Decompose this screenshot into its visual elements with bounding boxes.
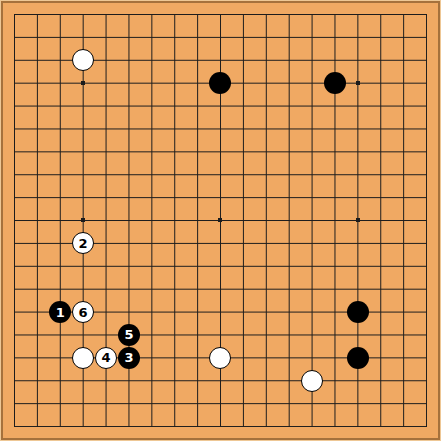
intersection[interactable] xyxy=(324,49,347,72)
intersection[interactable] xyxy=(324,415,347,438)
intersection[interactable] xyxy=(255,392,278,415)
intersection[interactable] xyxy=(186,49,209,72)
intersection[interactable] xyxy=(26,346,49,369)
intersection[interactable] xyxy=(117,49,140,72)
intersection[interactable] xyxy=(163,415,186,438)
intersection[interactable] xyxy=(209,186,232,209)
intersection[interactable] xyxy=(186,278,209,301)
intersection[interactable] xyxy=(72,72,95,95)
intersection[interactable] xyxy=(392,72,415,95)
intersection[interactable] xyxy=(392,95,415,118)
intersection[interactable] xyxy=(369,49,392,72)
intersection[interactable] xyxy=(369,255,392,278)
intersection[interactable] xyxy=(278,209,301,232)
intersection[interactable] xyxy=(255,232,278,255)
intersection[interactable] xyxy=(186,415,209,438)
intersection[interactable] xyxy=(72,49,95,72)
intersection[interactable] xyxy=(232,140,255,163)
intersection[interactable] xyxy=(415,49,438,72)
intersection[interactable] xyxy=(49,186,72,209)
intersection[interactable] xyxy=(140,140,163,163)
intersection[interactable] xyxy=(324,301,347,324)
intersection[interactable] xyxy=(49,140,72,163)
intersection[interactable] xyxy=(278,346,301,369)
intersection[interactable] xyxy=(346,49,369,72)
intersection[interactable] xyxy=(140,209,163,232)
intersection[interactable] xyxy=(209,26,232,49)
intersection[interactable] xyxy=(3,49,26,72)
intersection[interactable] xyxy=(415,415,438,438)
intersection[interactable] xyxy=(26,72,49,95)
intersection[interactable] xyxy=(26,26,49,49)
intersection[interactable] xyxy=(415,26,438,49)
intersection[interactable] xyxy=(209,117,232,140)
intersection[interactable] xyxy=(324,392,347,415)
intersection[interactable] xyxy=(163,3,186,26)
intersection[interactable] xyxy=(278,369,301,392)
intersection[interactable] xyxy=(186,186,209,209)
intersection[interactable] xyxy=(163,369,186,392)
intersection[interactable] xyxy=(49,255,72,278)
intersection[interactable] xyxy=(95,26,118,49)
intersection[interactable] xyxy=(117,392,140,415)
intersection[interactable] xyxy=(163,392,186,415)
intersection[interactable] xyxy=(140,346,163,369)
intersection[interactable] xyxy=(26,278,49,301)
intersection[interactable] xyxy=(369,186,392,209)
intersection[interactable] xyxy=(49,415,72,438)
intersection[interactable] xyxy=(232,278,255,301)
intersection[interactable] xyxy=(49,163,72,186)
intersection[interactable] xyxy=(117,232,140,255)
intersection[interactable] xyxy=(140,49,163,72)
intersection[interactable] xyxy=(232,163,255,186)
intersection[interactable] xyxy=(346,26,369,49)
intersection[interactable] xyxy=(255,72,278,95)
intersection[interactable] xyxy=(26,3,49,26)
intersection[interactable] xyxy=(369,163,392,186)
intersection[interactable] xyxy=(95,163,118,186)
intersection[interactable] xyxy=(95,140,118,163)
intersection[interactable]: 2 xyxy=(72,232,95,255)
intersection[interactable] xyxy=(163,117,186,140)
intersection[interactable] xyxy=(186,3,209,26)
intersection[interactable] xyxy=(186,72,209,95)
intersection[interactable] xyxy=(255,209,278,232)
intersection[interactable] xyxy=(324,324,347,347)
intersection[interactable] xyxy=(324,26,347,49)
intersection[interactable] xyxy=(232,26,255,49)
intersection[interactable] xyxy=(26,117,49,140)
intersection[interactable] xyxy=(392,117,415,140)
intersection[interactable] xyxy=(278,415,301,438)
intersection[interactable] xyxy=(346,95,369,118)
intersection[interactable] xyxy=(163,209,186,232)
intersection[interactable] xyxy=(324,369,347,392)
intersection[interactable] xyxy=(26,163,49,186)
intersection[interactable] xyxy=(140,117,163,140)
intersection[interactable] xyxy=(324,278,347,301)
intersection[interactable] xyxy=(163,163,186,186)
intersection[interactable] xyxy=(186,369,209,392)
intersection[interactable] xyxy=(369,72,392,95)
intersection[interactable] xyxy=(95,324,118,347)
intersection[interactable] xyxy=(278,3,301,26)
intersection[interactable] xyxy=(140,72,163,95)
intersection[interactable] xyxy=(415,3,438,26)
intersection[interactable] xyxy=(72,117,95,140)
intersection[interactable] xyxy=(278,392,301,415)
intersection[interactable] xyxy=(140,186,163,209)
intersection[interactable] xyxy=(140,324,163,347)
intersection[interactable] xyxy=(95,392,118,415)
intersection[interactable] xyxy=(3,186,26,209)
intersection[interactable] xyxy=(209,369,232,392)
intersection[interactable] xyxy=(255,95,278,118)
intersection[interactable] xyxy=(140,3,163,26)
intersection[interactable] xyxy=(163,95,186,118)
intersection[interactable] xyxy=(72,415,95,438)
intersection[interactable] xyxy=(415,72,438,95)
intersection[interactable] xyxy=(49,392,72,415)
intersection[interactable] xyxy=(301,117,324,140)
intersection[interactable] xyxy=(95,278,118,301)
intersection[interactable] xyxy=(346,278,369,301)
intersection[interactable] xyxy=(140,95,163,118)
intersection[interactable] xyxy=(72,3,95,26)
intersection[interactable] xyxy=(232,72,255,95)
intersection[interactable] xyxy=(140,163,163,186)
intersection[interactable] xyxy=(209,415,232,438)
intersection[interactable] xyxy=(255,140,278,163)
intersection[interactable] xyxy=(255,163,278,186)
intersection[interactable] xyxy=(209,232,232,255)
intersection[interactable] xyxy=(301,415,324,438)
intersection[interactable] xyxy=(255,324,278,347)
intersection[interactable] xyxy=(209,95,232,118)
intersection[interactable] xyxy=(3,392,26,415)
intersection[interactable] xyxy=(369,140,392,163)
intersection[interactable] xyxy=(163,49,186,72)
intersection[interactable] xyxy=(369,3,392,26)
intersection[interactable] xyxy=(346,255,369,278)
intersection[interactable]: 4 xyxy=(95,346,118,369)
intersection[interactable]: 3 xyxy=(117,346,140,369)
intersection[interactable] xyxy=(163,232,186,255)
intersection[interactable] xyxy=(369,369,392,392)
intersection[interactable] xyxy=(346,209,369,232)
intersection[interactable] xyxy=(26,186,49,209)
intersection[interactable] xyxy=(255,26,278,49)
intersection[interactable] xyxy=(255,255,278,278)
intersection[interactable] xyxy=(26,415,49,438)
intersection[interactable] xyxy=(72,255,95,278)
intersection[interactable] xyxy=(117,140,140,163)
intersection[interactable] xyxy=(163,255,186,278)
intersection[interactable] xyxy=(301,95,324,118)
intersection[interactable] xyxy=(346,324,369,347)
intersection[interactable] xyxy=(3,72,26,95)
intersection[interactable] xyxy=(369,26,392,49)
intersection[interactable] xyxy=(278,278,301,301)
intersection[interactable] xyxy=(415,140,438,163)
intersection[interactable] xyxy=(49,278,72,301)
intersection[interactable] xyxy=(117,72,140,95)
intersection[interactable] xyxy=(392,392,415,415)
intersection[interactable] xyxy=(26,392,49,415)
intersection[interactable] xyxy=(369,301,392,324)
intersection[interactable] xyxy=(415,392,438,415)
intersection[interactable] xyxy=(301,163,324,186)
intersection[interactable] xyxy=(186,117,209,140)
intersection[interactable] xyxy=(140,255,163,278)
intersection[interactable] xyxy=(140,26,163,49)
intersection[interactable] xyxy=(186,163,209,186)
intersection[interactable] xyxy=(415,346,438,369)
intersection[interactable] xyxy=(415,369,438,392)
intersection[interactable] xyxy=(186,255,209,278)
intersection[interactable] xyxy=(3,278,26,301)
intersection[interactable] xyxy=(163,301,186,324)
intersection[interactable] xyxy=(186,301,209,324)
intersection[interactable] xyxy=(95,209,118,232)
intersection[interactable] xyxy=(324,95,347,118)
intersection[interactable] xyxy=(278,117,301,140)
intersection[interactable] xyxy=(49,346,72,369)
intersection[interactable] xyxy=(392,415,415,438)
intersection[interactable] xyxy=(415,255,438,278)
intersection[interactable] xyxy=(392,301,415,324)
intersection[interactable] xyxy=(232,3,255,26)
intersection[interactable] xyxy=(209,72,232,95)
intersection[interactable] xyxy=(232,117,255,140)
intersection[interactable] xyxy=(186,346,209,369)
intersection[interactable] xyxy=(369,415,392,438)
intersection[interactable] xyxy=(255,3,278,26)
intersection[interactable] xyxy=(415,186,438,209)
intersection[interactable] xyxy=(232,95,255,118)
intersection[interactable] xyxy=(278,301,301,324)
intersection[interactable] xyxy=(3,26,26,49)
intersection[interactable] xyxy=(346,232,369,255)
intersection[interactable] xyxy=(26,301,49,324)
intersection[interactable] xyxy=(278,95,301,118)
intersection[interactable] xyxy=(301,278,324,301)
intersection[interactable] xyxy=(301,301,324,324)
intersection[interactable] xyxy=(324,163,347,186)
intersection[interactable] xyxy=(3,209,26,232)
intersection[interactable] xyxy=(301,72,324,95)
intersection[interactable] xyxy=(3,140,26,163)
intersection[interactable] xyxy=(324,117,347,140)
intersection[interactable] xyxy=(140,232,163,255)
intersection[interactable] xyxy=(232,392,255,415)
intersection[interactable] xyxy=(3,95,26,118)
intersection[interactable] xyxy=(232,232,255,255)
intersection[interactable] xyxy=(346,346,369,369)
intersection[interactable] xyxy=(117,3,140,26)
intersection[interactable] xyxy=(392,278,415,301)
intersection[interactable] xyxy=(209,278,232,301)
intersection[interactable] xyxy=(346,186,369,209)
intersection[interactable] xyxy=(392,369,415,392)
intersection[interactable] xyxy=(3,346,26,369)
intersection[interactable] xyxy=(117,163,140,186)
intersection[interactable] xyxy=(117,117,140,140)
intersection[interactable] xyxy=(278,255,301,278)
intersection[interactable] xyxy=(3,232,26,255)
intersection[interactable] xyxy=(346,392,369,415)
intersection[interactable] xyxy=(232,324,255,347)
intersection[interactable] xyxy=(346,415,369,438)
intersection[interactable] xyxy=(278,163,301,186)
intersection[interactable] xyxy=(95,255,118,278)
intersection[interactable] xyxy=(232,301,255,324)
intersection[interactable] xyxy=(324,232,347,255)
intersection[interactable] xyxy=(72,209,95,232)
intersection[interactable] xyxy=(255,369,278,392)
intersection[interactable] xyxy=(3,163,26,186)
intersection[interactable] xyxy=(3,415,26,438)
intersection[interactable] xyxy=(49,26,72,49)
intersection[interactable] xyxy=(117,301,140,324)
intersection[interactable] xyxy=(95,95,118,118)
intersection[interactable] xyxy=(415,95,438,118)
intersection[interactable] xyxy=(324,140,347,163)
intersection[interactable] xyxy=(415,301,438,324)
intersection[interactable] xyxy=(278,324,301,347)
intersection[interactable] xyxy=(209,301,232,324)
intersection[interactable] xyxy=(163,72,186,95)
intersection[interactable] xyxy=(209,346,232,369)
intersection[interactable] xyxy=(324,209,347,232)
intersection[interactable] xyxy=(3,117,26,140)
intersection[interactable] xyxy=(369,392,392,415)
intersection[interactable] xyxy=(186,232,209,255)
intersection[interactable] xyxy=(140,369,163,392)
intersection[interactable] xyxy=(324,3,347,26)
intersection[interactable] xyxy=(301,255,324,278)
intersection[interactable] xyxy=(3,301,26,324)
intersection[interactable] xyxy=(209,324,232,347)
intersection[interactable] xyxy=(49,232,72,255)
intersection[interactable] xyxy=(117,369,140,392)
intersection[interactable] xyxy=(301,346,324,369)
intersection[interactable] xyxy=(301,140,324,163)
intersection[interactable] xyxy=(95,301,118,324)
intersection[interactable] xyxy=(26,255,49,278)
intersection[interactable] xyxy=(26,209,49,232)
intersection[interactable] xyxy=(415,209,438,232)
intersection[interactable] xyxy=(324,255,347,278)
intersection[interactable] xyxy=(49,49,72,72)
intersection[interactable] xyxy=(415,324,438,347)
intersection[interactable] xyxy=(209,140,232,163)
intersection[interactable] xyxy=(369,95,392,118)
intersection[interactable] xyxy=(26,140,49,163)
intersection[interactable] xyxy=(117,255,140,278)
intersection[interactable] xyxy=(117,186,140,209)
intersection[interactable] xyxy=(232,415,255,438)
intersection[interactable] xyxy=(117,209,140,232)
intersection[interactable] xyxy=(26,324,49,347)
intersection[interactable] xyxy=(369,117,392,140)
intersection[interactable] xyxy=(301,49,324,72)
intersection[interactable] xyxy=(278,232,301,255)
intersection[interactable] xyxy=(255,301,278,324)
intersection[interactable] xyxy=(392,26,415,49)
intersection[interactable] xyxy=(301,324,324,347)
intersection[interactable] xyxy=(346,140,369,163)
intersection[interactable] xyxy=(95,186,118,209)
intersection[interactable] xyxy=(415,232,438,255)
intersection[interactable] xyxy=(346,301,369,324)
intersection[interactable] xyxy=(117,95,140,118)
intersection[interactable] xyxy=(324,72,347,95)
intersection[interactable] xyxy=(95,117,118,140)
intersection[interactable] xyxy=(117,278,140,301)
intersection[interactable] xyxy=(49,72,72,95)
intersection[interactable] xyxy=(49,369,72,392)
intersection[interactable] xyxy=(72,140,95,163)
intersection[interactable] xyxy=(301,209,324,232)
intersection[interactable] xyxy=(324,186,347,209)
intersection[interactable] xyxy=(72,392,95,415)
intersection[interactable]: 5 xyxy=(117,324,140,347)
intersection[interactable] xyxy=(95,232,118,255)
intersection[interactable] xyxy=(346,72,369,95)
intersection[interactable] xyxy=(49,209,72,232)
intersection[interactable] xyxy=(255,49,278,72)
intersection[interactable] xyxy=(346,369,369,392)
intersection[interactable] xyxy=(209,49,232,72)
intersection[interactable] xyxy=(209,209,232,232)
intersection[interactable] xyxy=(140,415,163,438)
intersection[interactable] xyxy=(186,209,209,232)
intersection[interactable] xyxy=(255,346,278,369)
intersection[interactable] xyxy=(392,232,415,255)
intersection[interactable] xyxy=(232,209,255,232)
intersection[interactable] xyxy=(3,3,26,26)
intersection[interactable] xyxy=(369,232,392,255)
intersection[interactable] xyxy=(301,3,324,26)
intersection[interactable] xyxy=(26,49,49,72)
intersection[interactable] xyxy=(346,3,369,26)
intersection[interactable] xyxy=(369,209,392,232)
intersection[interactable] xyxy=(72,369,95,392)
intersection[interactable]: 6 xyxy=(72,301,95,324)
intersection[interactable] xyxy=(301,26,324,49)
intersection[interactable] xyxy=(232,186,255,209)
intersection[interactable] xyxy=(49,324,72,347)
intersection[interactable] xyxy=(117,26,140,49)
intersection[interactable] xyxy=(255,415,278,438)
intersection[interactable] xyxy=(95,3,118,26)
intersection[interactable] xyxy=(95,72,118,95)
intersection[interactable] xyxy=(140,392,163,415)
intersection[interactable] xyxy=(301,186,324,209)
intersection[interactable] xyxy=(95,49,118,72)
intersection[interactable] xyxy=(72,346,95,369)
intersection[interactable] xyxy=(95,369,118,392)
intersection[interactable] xyxy=(3,324,26,347)
intersection[interactable] xyxy=(163,186,186,209)
intersection[interactable] xyxy=(255,186,278,209)
intersection[interactable] xyxy=(95,415,118,438)
intersection[interactable] xyxy=(140,278,163,301)
intersection[interactable] xyxy=(415,278,438,301)
intersection[interactable] xyxy=(392,324,415,347)
